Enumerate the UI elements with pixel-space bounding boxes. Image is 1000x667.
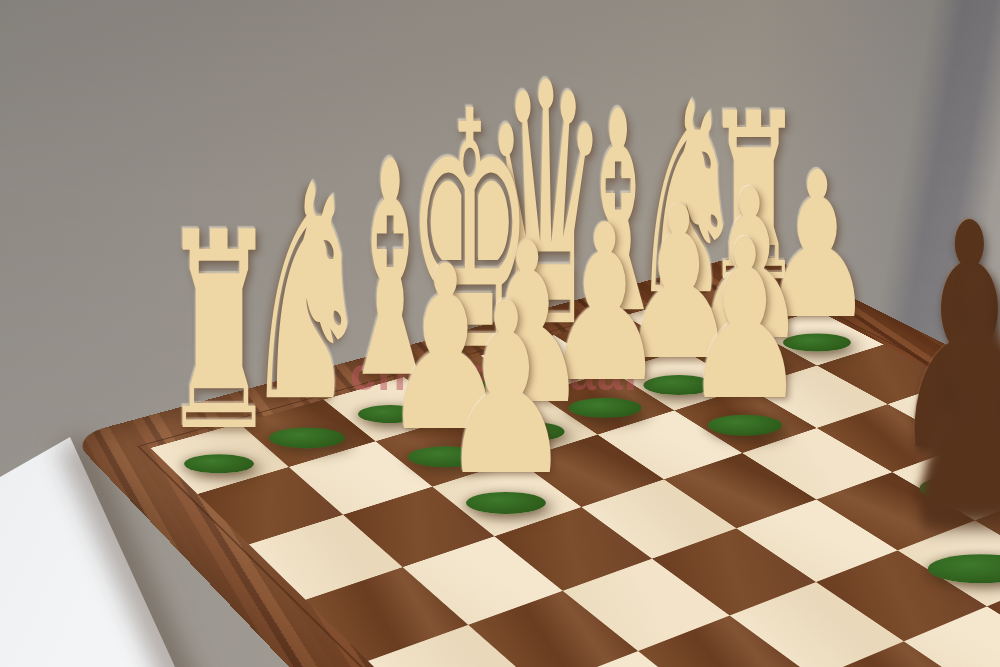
photo-scene: ♜♞♝♚♛♝♞♜♟♟♟♟♟♟♟♟♟♟ chessbazaar xyxy=(0,0,1000,667)
white-rook-icon: ♜ xyxy=(161,198,277,470)
white-pawn-icon: ♟ xyxy=(440,272,573,509)
white-pawn-icon: ♟ xyxy=(683,211,806,431)
black-pawn-icon: ♟ xyxy=(893,241,1000,575)
